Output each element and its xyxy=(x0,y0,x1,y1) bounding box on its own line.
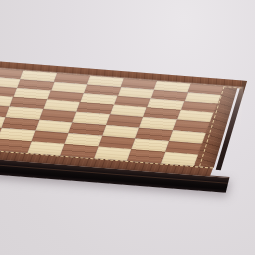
product-photo-background xyxy=(0,0,255,255)
square-g1[interactable] xyxy=(127,149,165,163)
square-d1[interactable] xyxy=(27,141,65,155)
square-f1[interactable] xyxy=(94,146,132,160)
square-e1[interactable] xyxy=(60,144,98,158)
square-h1[interactable] xyxy=(160,152,198,166)
square-c1[interactable] xyxy=(0,139,31,153)
